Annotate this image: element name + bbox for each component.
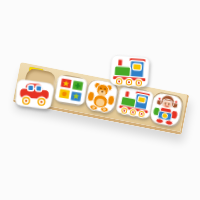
train-illustration-lifted	[108, 53, 152, 90]
car-window-rear	[36, 85, 42, 91]
car-hub-front	[24, 99, 28, 103]
train-hub-2	[131, 111, 134, 114]
girl-illustration	[145, 89, 187, 131]
car-window-front	[28, 85, 34, 91]
train-hub-3	[137, 81, 140, 84]
train-hub-1	[118, 80, 121, 83]
puzzle-piece-girl[interactable]	[145, 89, 187, 131]
girl-bow-right	[174, 100, 177, 103]
puzzle-piece-train-lifted[interactable]	[108, 53, 152, 90]
train-window	[133, 63, 142, 70]
puzzle-piece-car[interactable]	[12, 74, 58, 113]
car-hub-rear	[39, 100, 43, 104]
train-window	[138, 96, 146, 103]
puzzle-board	[13, 62, 190, 135]
car-illustration	[12, 74, 58, 113]
train-hub-2	[127, 80, 130, 83]
girl-bow-left	[158, 97, 161, 100]
train-hub-1	[123, 109, 126, 112]
train-motif	[112, 57, 147, 88]
product-photo-wooden-puzzle	[0, 0, 200, 200]
train-hub-3	[140, 112, 143, 115]
